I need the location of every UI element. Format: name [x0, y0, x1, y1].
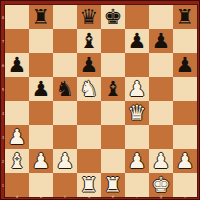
square-d2[interactable] — [77, 149, 101, 173]
square-a6[interactable]: ♟ — [5, 53, 29, 77]
square-d8[interactable]: ♛ — [77, 5, 101, 29]
rank-label-6: 6 — [1, 53, 5, 77]
square-g3[interactable] — [149, 125, 173, 149]
square-h5[interactable] — [173, 77, 197, 101]
square-h6[interactable]: ♟ — [173, 53, 197, 77]
white-pawn: ♟ — [128, 149, 147, 173]
square-h2[interactable]: ♟ — [173, 149, 197, 173]
square-f3[interactable] — [125, 125, 149, 149]
square-c3[interactable] — [53, 125, 77, 149]
square-c7[interactable] — [53, 29, 77, 53]
square-c4[interactable] — [53, 101, 77, 125]
black-queen: ♛ — [80, 5, 99, 29]
black-pawn: ♟ — [32, 77, 51, 101]
square-f7[interactable]: ♟ — [125, 29, 149, 53]
square-b2[interactable]: ♟ — [29, 149, 53, 173]
file-label-g: g — [149, 195, 173, 199]
black-knight: ♞ — [56, 77, 75, 101]
square-g8[interactable] — [149, 5, 173, 29]
file-coordinates: abcdefgh — [5, 195, 197, 199]
rank-label-3: 3 — [1, 125, 5, 149]
square-a7[interactable] — [5, 29, 29, 53]
square-e7[interactable] — [101, 29, 125, 53]
white-pawn: ♟ — [32, 149, 51, 173]
rank-label-7: 7 — [1, 29, 5, 53]
square-d6[interactable]: ♟ — [77, 53, 101, 77]
file-label-f: f — [125, 195, 149, 199]
square-h3[interactable] — [173, 125, 197, 149]
white-knight: ♞ — [80, 77, 99, 101]
black-pawn: ♟ — [8, 53, 27, 77]
square-d3[interactable] — [77, 125, 101, 149]
square-g5[interactable] — [149, 77, 173, 101]
square-a2[interactable]: ♝ — [5, 149, 29, 173]
black-pawn: ♟ — [128, 29, 147, 53]
square-a3[interactable]: ♟ — [5, 125, 29, 149]
white-bishop: ♝ — [8, 149, 27, 173]
chess-board: ♜♛♚♜♝♟♟♟♟♟♟♞♞♝♟♛♟♝♟♟♟♟♟♜♜♚ 87654321 abcd… — [0, 0, 200, 200]
file-label-c: c — [53, 195, 77, 199]
square-d7[interactable]: ♝ — [77, 29, 101, 53]
board-squares: ♜♛♚♜♝♟♟♟♟♟♟♞♞♝♟♛♟♝♟♟♟♟♟♜♜♚ — [5, 5, 197, 197]
square-f4[interactable]: ♛ — [125, 101, 149, 125]
square-e6[interactable] — [101, 53, 125, 77]
black-rook: ♜ — [176, 5, 195, 29]
file-label-b: b — [29, 195, 53, 199]
square-g6[interactable] — [149, 53, 173, 77]
square-b7[interactable] — [29, 29, 53, 53]
square-d4[interactable] — [77, 101, 101, 125]
rank-label-5: 5 — [1, 77, 5, 101]
rank-coordinates: 87654321 — [1, 5, 5, 197]
black-bishop: ♝ — [80, 29, 99, 53]
white-pawn: ♟ — [176, 149, 195, 173]
white-pawn: ♟ — [128, 77, 147, 101]
square-f2[interactable]: ♟ — [125, 149, 149, 173]
square-g7[interactable]: ♟ — [149, 29, 173, 53]
square-b3[interactable] — [29, 125, 53, 149]
square-a8[interactable] — [5, 5, 29, 29]
square-a5[interactable] — [5, 77, 29, 101]
black-pawn: ♟ — [176, 53, 195, 77]
square-e8[interactable]: ♚ — [101, 5, 125, 29]
rank-label-4: 4 — [1, 101, 5, 125]
square-c2[interactable]: ♟ — [53, 149, 77, 173]
white-queen: ♛ — [128, 101, 147, 125]
square-d5[interactable]: ♞ — [77, 77, 101, 101]
square-b5[interactable]: ♟ — [29, 77, 53, 101]
square-h8[interactable]: ♜ — [173, 5, 197, 29]
square-b8[interactable]: ♜ — [29, 5, 53, 29]
square-c5[interactable]: ♞ — [53, 77, 77, 101]
square-a4[interactable] — [5, 101, 29, 125]
square-f5[interactable]: ♟ — [125, 77, 149, 101]
file-label-e: e — [101, 195, 125, 199]
square-g2[interactable]: ♟ — [149, 149, 173, 173]
black-bishop: ♝ — [104, 77, 123, 101]
black-rook: ♜ — [32, 5, 51, 29]
file-label-d: d — [77, 195, 101, 199]
square-f6[interactable] — [125, 53, 149, 77]
square-h4[interactable] — [173, 101, 197, 125]
white-pawn: ♟ — [56, 149, 75, 173]
white-pawn: ♟ — [152, 149, 171, 173]
file-label-a: a — [5, 195, 29, 199]
black-pawn: ♟ — [80, 53, 99, 77]
square-h7[interactable] — [173, 29, 197, 53]
square-c6[interactable] — [53, 53, 77, 77]
square-b4[interactable] — [29, 101, 53, 125]
square-e2[interactable] — [101, 149, 125, 173]
rank-label-8: 8 — [1, 5, 5, 29]
black-king: ♚ — [104, 5, 123, 29]
square-e5[interactable]: ♝ — [101, 77, 125, 101]
square-e3[interactable] — [101, 125, 125, 149]
black-pawn: ♟ — [152, 29, 171, 53]
square-e4[interactable] — [101, 101, 125, 125]
white-pawn: ♟ — [8, 125, 27, 149]
square-c8[interactable] — [53, 5, 77, 29]
rank-label-2: 2 — [1, 149, 5, 173]
square-b6[interactable] — [29, 53, 53, 77]
square-g4[interactable] — [149, 101, 173, 125]
file-label-h: h — [173, 195, 197, 199]
rank-label-1: 1 — [1, 173, 5, 197]
square-f8[interactable] — [125, 5, 149, 29]
